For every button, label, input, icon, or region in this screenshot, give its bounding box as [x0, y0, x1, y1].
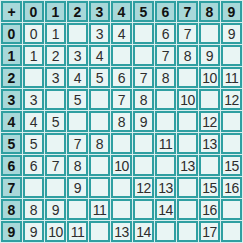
cell-r0-c6: 6: [155, 23, 176, 44]
cell-r6-c4: 10: [111, 155, 132, 176]
cell-r9-c2: 11: [67, 221, 88, 242]
cell-r2-c2: 4: [67, 67, 88, 88]
col-header-4: 4: [111, 1, 132, 22]
row-header-6: 6: [1, 155, 22, 176]
cell-r5-c5: [133, 133, 154, 154]
cell-r7-c6: 13: [155, 177, 176, 198]
col-header-8: 8: [199, 1, 220, 22]
cell-r8-c3: 11: [89, 199, 110, 220]
cell-r4-c9: [221, 111, 242, 132]
cell-r6-c2: 8: [67, 155, 88, 176]
cell-r3-c9: 12: [221, 89, 242, 110]
cell-r4-c8: 12: [199, 111, 220, 132]
addition-table: +012345678900134679112347892345678101133…: [0, 0, 243, 243]
cell-r1-c0: 1: [23, 45, 44, 66]
cell-r2-c1: 3: [45, 67, 66, 88]
cell-r6-c3: [89, 155, 110, 176]
cell-r2-c7: [177, 67, 198, 88]
col-header-2: 2: [67, 1, 88, 22]
cell-r1-c1: 2: [45, 45, 66, 66]
col-header-9: 9: [221, 1, 242, 22]
cell-r4-c4: 8: [111, 111, 132, 132]
cell-r9-c5: 14: [133, 221, 154, 242]
cell-r7-c4: [111, 177, 132, 198]
cell-r8-c7: [177, 199, 198, 220]
cell-r1-c2: 3: [67, 45, 88, 66]
cell-r8-c5: [133, 199, 154, 220]
cell-r7-c0: [23, 177, 44, 198]
cell-r7-c9: 16: [221, 177, 242, 198]
cell-r5-c9: [221, 133, 242, 154]
cell-r6-c7: 13: [177, 155, 198, 176]
cell-r7-c3: [89, 177, 110, 198]
cell-r7-c5: 12: [133, 177, 154, 198]
cell-r6-c6: [155, 155, 176, 176]
row-header-1: 1: [1, 45, 22, 66]
row-header-5: 5: [1, 133, 22, 154]
cell-r1-c5: [133, 45, 154, 66]
cell-r4-c1: 5: [45, 111, 66, 132]
cell-r1-c8: 9: [199, 45, 220, 66]
row-header-2: 2: [1, 67, 22, 88]
cell-r0-c0: 0: [23, 23, 44, 44]
cell-r8-c8: 16: [199, 199, 220, 220]
cell-r0-c5: [133, 23, 154, 44]
row-header-7: 7: [1, 177, 22, 198]
cell-r8-c4: [111, 199, 132, 220]
cell-r1-c4: [111, 45, 132, 66]
cell-r4-c6: [155, 111, 176, 132]
row-header-9: 9: [1, 221, 22, 242]
cell-r1-c7: 8: [177, 45, 198, 66]
row-header-4: 4: [1, 111, 22, 132]
col-header-3: 3: [89, 1, 110, 22]
cell-r7-c2: 9: [67, 177, 88, 198]
cell-r9-c0: 9: [23, 221, 44, 242]
cell-r7-c1: [45, 177, 66, 198]
col-header-1: 1: [45, 1, 66, 22]
cell-r3-c5: 8: [133, 89, 154, 110]
operator-cell: +: [1, 1, 22, 22]
cell-r4-c0: 4: [23, 111, 44, 132]
cell-r5-c4: [111, 133, 132, 154]
cell-r9-c9: [221, 221, 242, 242]
cell-r0-c1: 1: [45, 23, 66, 44]
cell-r4-c7: [177, 111, 198, 132]
cell-r3-c7: 10: [177, 89, 198, 110]
cell-r3-c0: 3: [23, 89, 44, 110]
cell-r2-c0: [23, 67, 44, 88]
cell-r9-c6: [155, 221, 176, 242]
cell-r1-c9: [221, 45, 242, 66]
cell-r1-c3: 4: [89, 45, 110, 66]
cell-r8-c6: 14: [155, 199, 176, 220]
cell-r5-c2: 7: [67, 133, 88, 154]
cell-r0-c7: 7: [177, 23, 198, 44]
cell-r3-c6: [155, 89, 176, 110]
cell-r1-c6: 7: [155, 45, 176, 66]
cell-r0-c4: 4: [111, 23, 132, 44]
cell-r3-c1: [45, 89, 66, 110]
cell-r8-c1: 9: [45, 199, 66, 220]
cell-r6-c5: [133, 155, 154, 176]
cell-r0-c3: 3: [89, 23, 110, 44]
cell-r5-c0: 5: [23, 133, 44, 154]
cell-r6-c9: 15: [221, 155, 242, 176]
cell-r5-c8: 13: [199, 133, 220, 154]
cell-r9-c7: [177, 221, 198, 242]
cell-r2-c6: 8: [155, 67, 176, 88]
cell-r6-c8: [199, 155, 220, 176]
cell-r2-c8: 10: [199, 67, 220, 88]
cell-r8-c2: [67, 199, 88, 220]
cell-r0-c8: [199, 23, 220, 44]
cell-r7-c7: [177, 177, 198, 198]
cell-r8-c0: 8: [23, 199, 44, 220]
cell-r3-c4: 7: [111, 89, 132, 110]
cell-r3-c3: [89, 89, 110, 110]
cell-r3-c8: [199, 89, 220, 110]
col-header-5: 5: [133, 1, 154, 22]
row-header-3: 3: [1, 89, 22, 110]
cell-r2-c5: 7: [133, 67, 154, 88]
col-header-6: 6: [155, 1, 176, 22]
cell-r9-c8: 17: [199, 221, 220, 242]
cell-r5-c1: [45, 133, 66, 154]
col-header-7: 7: [177, 1, 198, 22]
cell-r0-c2: [67, 23, 88, 44]
cell-r9-c4: 13: [111, 221, 132, 242]
row-header-0: 0: [1, 23, 22, 44]
cell-r9-c3: [89, 221, 110, 242]
cell-r2-c9: 11: [221, 67, 242, 88]
col-header-0: 0: [23, 1, 44, 22]
cell-r6-c1: 7: [45, 155, 66, 176]
cell-r9-c1: 10: [45, 221, 66, 242]
cell-r4-c3: [89, 111, 110, 132]
cell-r5-c3: 8: [89, 133, 110, 154]
cell-r8-c9: [221, 199, 242, 220]
cell-r6-c0: 6: [23, 155, 44, 176]
cell-r2-c4: 6: [111, 67, 132, 88]
cell-r4-c2: [67, 111, 88, 132]
cell-r5-c6: 11: [155, 133, 176, 154]
cell-r3-c2: 5: [67, 89, 88, 110]
row-header-8: 8: [1, 199, 22, 220]
cell-r0-c9: 9: [221, 23, 242, 44]
cell-r4-c5: 9: [133, 111, 154, 132]
cell-r2-c3: 5: [89, 67, 110, 88]
cell-r5-c7: [177, 133, 198, 154]
cell-r7-c8: 15: [199, 177, 220, 198]
